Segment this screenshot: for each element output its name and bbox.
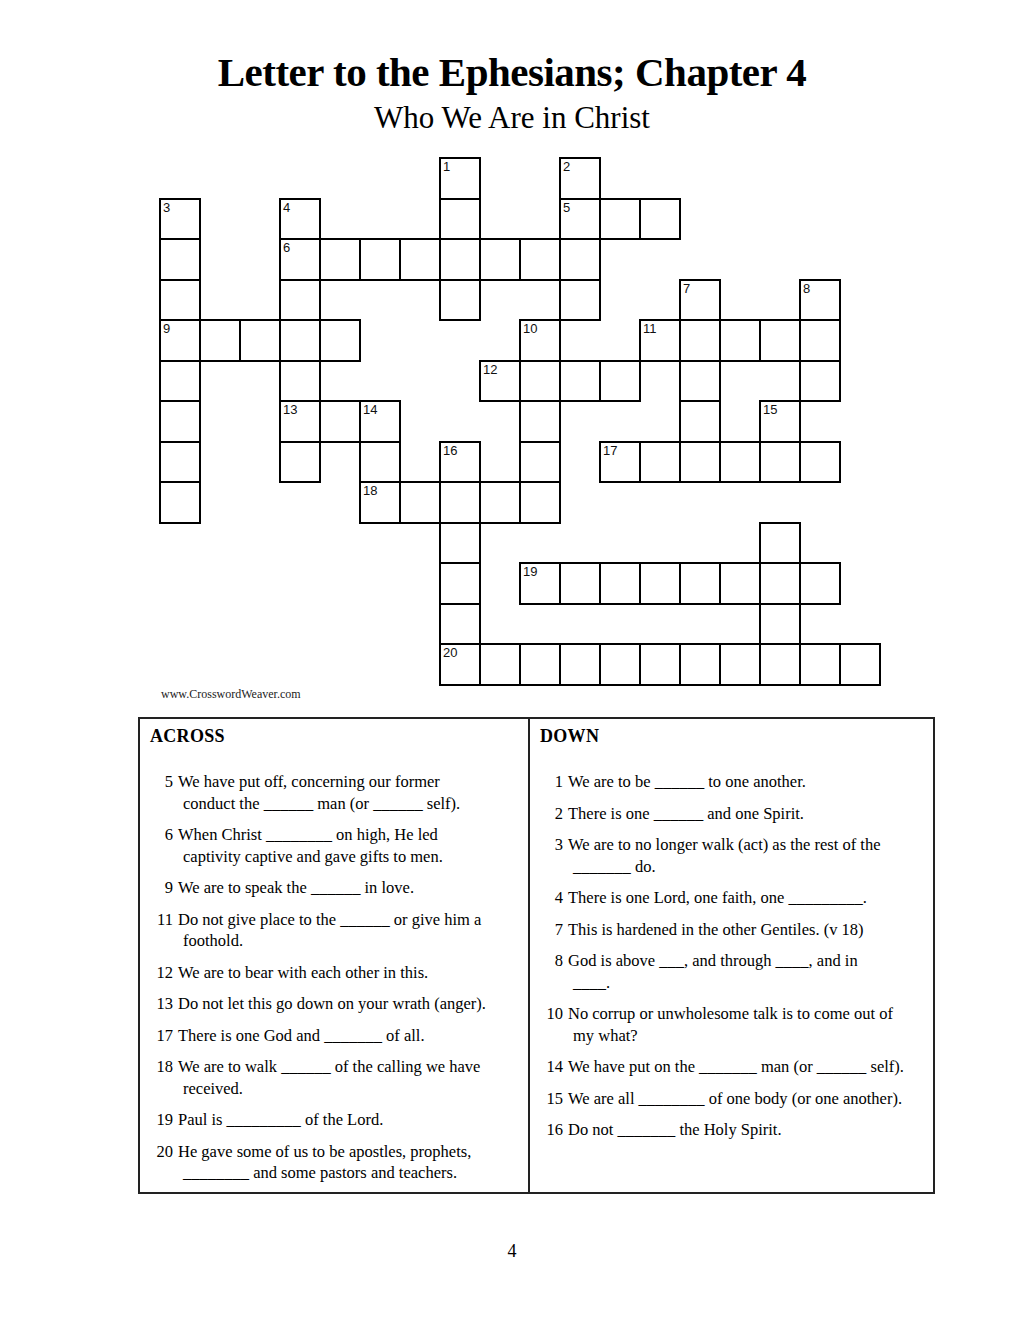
down-column: DOWN 1We are to be ______ to one another… [530,719,933,1192]
clue-text: We are to bear with each other in this. [178,963,428,982]
grid-cell-r2c4 [319,238,361,281]
across-column: ACROSS 5We have put off, concerning our … [140,719,530,1192]
grid-cell-r10c10 [559,562,601,605]
across-clue-5: 5We have put off, concerning our former … [140,771,528,814]
grid-cell-r7c15 [759,441,801,484]
grid-cell-r10c15 [759,562,801,605]
cell-number-3: 3 [163,200,170,215]
grid-cell-r5c8: 12 [479,360,521,403]
grid-cell-r4c9: 10 [519,319,561,362]
puzzle-title: Letter to the Ephesians; Chapter 4 [0,48,1024,96]
grid-cell-r8c8 [479,481,521,524]
clue-text: Paul is _________ of the Lord. [178,1110,383,1129]
grid-cell-r11c15 [759,603,801,646]
across-clue-17: 17There is one God and _______ of all. [140,1025,528,1047]
grid-cell-r3c3 [279,279,321,322]
cell-number-15: 15 [763,402,777,417]
grid-cell-r1c3: 4 [279,198,321,241]
cell-number-18: 18 [363,483,377,498]
grid-cell-r6c3: 13 [279,400,321,443]
clue-text: Do not let this go down on your wrath (a… [178,994,486,1013]
clue-number: 17 [152,1025,173,1047]
grid-cell-r12c15 [759,643,801,686]
down-clue-10: 10No corrup or unwholesome talk is to co… [530,1003,933,1046]
clue-number: 18 [152,1056,173,1078]
grid-cell-r1c12 [639,198,681,241]
grid-cell-r10c7 [439,562,481,605]
cell-number-8: 8 [803,281,810,296]
grid-cell-r10c11 [599,562,641,605]
clue-number: 15 [542,1088,563,1110]
grid-cell-r5c11 [599,360,641,403]
clue-number: 5 [152,771,173,793]
grid-cell-r4c1 [199,319,241,362]
down-clue-3: 3We are to no longer walk (act) as the r… [530,834,933,877]
grid-cell-r3c0 [159,279,201,322]
across-clue-6: 6When Christ ________ on high, He led ca… [140,824,528,867]
grid-cell-r2c9 [519,238,561,281]
down-clue-1: 1We are to be ______ to one another. [530,771,933,793]
grid-cell-r5c16 [799,360,841,403]
grid-cell-r12c7: 20 [439,643,481,686]
clue-number: 4 [542,887,563,909]
across-clue-list: 5We have put off, concerning our former … [140,771,528,1184]
clue-number: 11 [152,909,173,931]
crossword-grid: 1234567891011121314151617181920 [159,157,883,686]
grid-cell-r4c0: 9 [159,319,201,362]
cell-number-6: 6 [283,240,290,255]
grid-cell-r4c2 [239,319,281,362]
grid-cell-r8c6 [399,481,441,524]
grid-cell-r12c16 [799,643,841,686]
grid-cell-r12c11 [599,643,641,686]
grid-cell-r1c11 [599,198,641,241]
grid-cell-r8c7 [439,481,481,524]
grid-cell-r12c9 [519,643,561,686]
clue-number: 13 [152,993,173,1015]
across-header: ACROSS [140,719,528,747]
clue-number: 6 [152,824,173,846]
clue-number: 19 [152,1109,173,1131]
clue-text: We are all ________ of one body (or one … [568,1089,902,1108]
grid-cell-r12c13 [679,643,721,686]
grid-cell-r7c11: 17 [599,441,641,484]
clue-box: ACROSS 5We have put off, concerning our … [138,717,935,1194]
grid-cell-r7c13 [679,441,721,484]
grid-cell-r7c9 [519,441,561,484]
clue-text: No corrup or unwholesome talk is to come… [568,1004,893,1045]
grid-cell-r12c14 [719,643,761,686]
puzzle-subtitle: Who We Are in Christ [0,100,1024,136]
down-clue-8: 8God is above ___, and through ____, and… [530,950,933,993]
grid-cell-r1c10: 5 [559,198,601,241]
grid-cell-r9c15 [759,522,801,565]
clue-text: He gave some of us to be apostles, proph… [178,1142,471,1183]
clue-text: There is one ______ and one Spirit. [568,804,804,823]
cell-number-5: 5 [563,200,570,215]
across-clue-20: 20He gave some of us to be apostles, pro… [140,1141,528,1184]
grid-cell-r0c10: 2 [559,157,601,200]
grid-cell-r2c5 [359,238,401,281]
grid-cell-r7c16 [799,441,841,484]
down-clue-4: 4There is one Lord, one faith, one _____… [530,887,933,909]
grid-cell-r3c16: 8 [799,279,841,322]
grid-cell-r8c5: 18 [359,481,401,524]
grid-cell-r12c17 [839,643,881,686]
across-clue-19: 19Paul is _________ of the Lord. [140,1109,528,1131]
grid-cell-r4c12: 11 [639,319,681,362]
cell-number-4: 4 [283,200,290,215]
grid-cell-r6c0 [159,400,201,443]
worksheet-page: Letter to the Ephesians; Chapter 4 Who W… [0,0,1024,1325]
grid-cell-r6c15: 15 [759,400,801,443]
down-clue-16: 16Do not _______ the Holy Spirit. [530,1119,933,1141]
grid-cell-r7c3 [279,441,321,484]
watermark-url: www.CrosswordWeaver.com [161,687,301,702]
grid-cell-r10c12 [639,562,681,605]
grid-cell-r4c13 [679,319,721,362]
grid-cell-r2c6 [399,238,441,281]
grid-cell-r5c13 [679,360,721,403]
cell-number-1: 1 [443,159,450,174]
down-header: DOWN [530,719,933,747]
grid-cell-r3c10 [559,279,601,322]
clue-text: When Christ ________ on high, He led cap… [178,825,443,866]
cell-number-11: 11 [643,321,657,336]
clue-number: 14 [542,1056,563,1078]
cell-number-19: 19 [523,564,537,579]
grid-cell-r5c3 [279,360,321,403]
grid-cell-r1c7 [439,198,481,241]
clue-number: 7 [542,919,563,941]
cell-number-14: 14 [363,402,377,417]
grid-cell-r4c14 [719,319,761,362]
clue-text: Do not give place to the ______ or give … [178,910,481,951]
clue-text: This is hardened in the other Gentiles. … [568,920,864,939]
clue-number: 8 [542,950,563,972]
clue-text: There is one Lord, one faith, one ______… [568,888,867,907]
grid-cell-r2c7 [439,238,481,281]
clue-text: We have put on the _______ man (or _____… [568,1057,904,1076]
down-clue-list: 1We are to be ______ to one another.2The… [530,771,933,1141]
grid-cell-r5c0 [159,360,201,403]
grid-cell-r6c4 [319,400,361,443]
clue-text: Do not _______ the Holy Spirit. [568,1120,782,1139]
grid-cell-r10c16 [799,562,841,605]
down-clue-15: 15We are all ________ of one body (or on… [530,1088,933,1110]
page-number: 4 [0,1241,1024,1262]
clue-number: 1 [542,771,563,793]
grid-cell-r12c8 [479,643,521,686]
grid-cell-r3c7 [439,279,481,322]
clue-text: We are to no longer walk (act) as the re… [568,835,881,876]
grid-cell-r6c13 [679,400,721,443]
grid-cell-r12c10 [559,643,601,686]
grid-cell-r7c5 [359,441,401,484]
grid-cell-r9c7 [439,522,481,565]
grid-cell-r11c7 [439,603,481,646]
grid-cell-r1c0: 3 [159,198,201,241]
down-clue-2: 2There is one ______ and one Spirit. [530,803,933,825]
down-clue-14: 14We have put on the _______ man (or ___… [530,1056,933,1078]
clue-text: We are to walk ______ of the calling we … [178,1057,480,1098]
cell-number-20: 20 [443,645,457,660]
clue-text: God is above ___, and through ____, and … [568,951,858,992]
grid-cell-r6c5: 14 [359,400,401,443]
clue-text: There is one God and _______ of all. [178,1026,425,1045]
grid-cell-r4c16 [799,319,841,362]
clue-number: 9 [152,877,173,899]
cell-number-9: 9 [163,321,170,336]
clue-text: We are to speak the ______ in love. [178,878,414,897]
grid-cell-r7c7: 16 [439,441,481,484]
grid-cell-r10c13 [679,562,721,605]
clue-number: 12 [152,962,173,984]
grid-cell-r5c10 [559,360,601,403]
across-clue-13: 13Do not let this go down on your wrath … [140,993,528,1015]
across-clue-11: 11Do not give place to the ______ or giv… [140,909,528,952]
grid-cell-r10c14 [719,562,761,605]
clue-number: 10 [542,1003,563,1025]
grid-cell-r4c4 [319,319,361,362]
grid-cell-r7c12 [639,441,681,484]
cell-number-12: 12 [483,362,497,377]
clue-number: 3 [542,834,563,856]
cell-number-13: 13 [283,402,297,417]
clue-text: We are to be ______ to one another. [568,772,806,791]
grid-cell-r2c3: 6 [279,238,321,281]
cell-number-10: 10 [523,321,537,336]
clue-number: 20 [152,1141,173,1163]
clue-number: 2 [542,803,563,825]
grid-cell-r4c15 [759,319,801,362]
grid-cell-r7c14 [719,441,761,484]
grid-cell-r5c9 [519,360,561,403]
across-clue-12: 12We are to bear with each other in this… [140,962,528,984]
grid-cell-r2c8 [479,238,521,281]
cell-number-7: 7 [683,281,690,296]
grid-cell-r10c9: 19 [519,562,561,605]
cell-number-2: 2 [563,159,570,174]
across-clue-9: 9We are to speak the ______ in love. [140,877,528,899]
grid-cell-r3c13: 7 [679,279,721,322]
clue-text: We have put off, concerning our former c… [178,772,460,813]
grid-cell-r12c12 [639,643,681,686]
grid-cell-r6c9 [519,400,561,443]
grid-cell-r4c3 [279,319,321,362]
grid-cell-r8c9 [519,481,561,524]
grid-cell-r2c10 [559,238,601,281]
cell-number-17: 17 [603,443,617,458]
across-clue-18: 18We are to walk ______ of the calling w… [140,1056,528,1099]
clue-number: 16 [542,1119,563,1141]
grid-cell-r8c0 [159,481,201,524]
down-clue-7: 7This is hardened in the other Gentiles.… [530,919,933,941]
grid-cell-r2c0 [159,238,201,281]
grid-cell-r7c0 [159,441,201,484]
grid-cell-r0c7: 1 [439,157,481,200]
cell-number-16: 16 [443,443,457,458]
